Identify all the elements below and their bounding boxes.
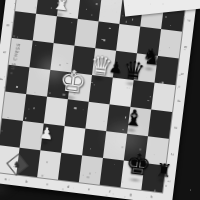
dust-speck (11, 22, 13, 24)
piece-black-king: ♚ (124, 149, 153, 181)
dust-speck (4, 76, 5, 77)
dust-speck (178, 86, 180, 88)
rank-label-right: 7 (186, 19, 190, 22)
file-label-bottom: e (87, 187, 90, 191)
rank-label-left: 6 (5, 24, 9, 27)
knight-logo-icon: ♞ (13, 160, 22, 170)
dust-speck (113, 193, 114, 194)
dust-speck (62, 188, 64, 190)
rank-label-left: 5 (2, 51, 6, 54)
dust-speck (124, 196, 125, 197)
rank-label-right: 3 (173, 126, 177, 129)
rank-label-right: 5 (180, 72, 184, 75)
dust-speck (9, 179, 10, 180)
file-label-bottom: b (24, 180, 27, 184)
piece-white-bishop: ♝ (50, 0, 73, 15)
piece-black-bishop: ♝ (123, 106, 145, 130)
dust-speck (184, 49, 186, 51)
rank-label-right: 4 (176, 99, 180, 102)
piece-black-queen: ♛ (121, 57, 146, 85)
dust-speck (177, 87, 178, 88)
file-label-bottom: h (150, 195, 153, 199)
us-chess-logo-icon: ✦ (9, 70, 15, 75)
rank-label-left: 4 (0, 77, 3, 80)
chess-mat: ✦US CHESS ♞ 8765432187654321abcdefgh ♝♞♟… (0, 0, 200, 200)
photo-frame: ✦US CHESS ♞ 8765432187654321abcdefgh ♝♞♟… (0, 0, 200, 200)
board-square (148, 109, 172, 138)
piece-white-queen: ♛ (89, 52, 114, 80)
rank-label-right: 6 (183, 46, 187, 49)
file-label-bottom: g (129, 192, 132, 196)
piece-black-rook: ♜ (155, 161, 173, 181)
file-label-bottom: a (4, 177, 7, 181)
piece-white-king: ♚ (58, 65, 88, 98)
dust-speck (190, 189, 192, 191)
file-label-bottom: c (46, 182, 49, 186)
dust-speck (105, 194, 107, 196)
board-square (151, 83, 175, 112)
dust-speck (165, 185, 167, 187)
rank-label-right: 2 (170, 153, 174, 156)
dust-speck (13, 9, 14, 10)
piece-white-pawn: ♟ (38, 125, 54, 143)
file-label-bottom: f (108, 190, 110, 194)
file-label-bottom: d (66, 185, 69, 189)
